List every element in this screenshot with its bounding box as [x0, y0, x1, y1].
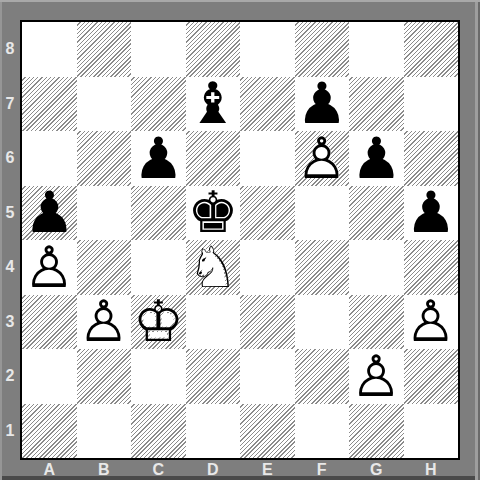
square-c4[interactable]	[131, 240, 186, 295]
square-d2[interactable]	[186, 349, 241, 404]
rank-label-7: 7	[0, 77, 20, 132]
file-label-e: E	[240, 460, 295, 480]
square-b6[interactable]	[77, 131, 132, 186]
square-d6[interactable]	[186, 131, 241, 186]
rank-label-3: 3	[0, 295, 20, 350]
square-e5[interactable]	[240, 186, 295, 241]
square-f5[interactable]	[295, 186, 350, 241]
black-pawn[interactable]: ♟	[22, 186, 77, 241]
square-g3[interactable]	[349, 295, 404, 350]
square-g6[interactable]: ♟	[349, 131, 404, 186]
square-g1[interactable]	[349, 404, 404, 459]
square-h8[interactable]	[404, 22, 459, 77]
black-pawn[interactable]: ♟	[349, 131, 404, 186]
square-b4[interactable]	[77, 240, 132, 295]
square-d8[interactable]	[186, 22, 241, 77]
black-pawn-icon: ♟	[404, 186, 459, 241]
white-pawn-icon: ♙	[77, 295, 132, 350]
white-pawn[interactable]: ♟♙	[404, 295, 459, 350]
black-bishop-icon: ♝	[186, 77, 241, 132]
file-label-b: B	[77, 460, 132, 480]
square-a5[interactable]: ♟	[22, 186, 77, 241]
square-a7[interactable]	[22, 77, 77, 132]
square-f1[interactable]	[295, 404, 350, 459]
square-g4[interactable]	[349, 240, 404, 295]
square-d5[interactable]: ♚	[186, 186, 241, 241]
chess-board[interactable]: ♝♟♟♟♙♟♟♚♟♟♙♞♘♟♙♚♔♟♙♟♙	[20, 20, 460, 460]
square-f7[interactable]: ♟	[295, 77, 350, 132]
square-e4[interactable]	[240, 240, 295, 295]
black-pawn[interactable]: ♟	[131, 131, 186, 186]
square-d3[interactable]	[186, 295, 241, 350]
square-h1[interactable]	[404, 404, 459, 459]
rank-label-4: 4	[0, 240, 20, 295]
square-g5[interactable]	[349, 186, 404, 241]
file-label-f: F	[295, 460, 350, 480]
square-c8[interactable]	[131, 22, 186, 77]
square-a6[interactable]	[22, 131, 77, 186]
white-pawn[interactable]: ♟♙	[22, 240, 77, 295]
rank-label-6: 6	[0, 131, 20, 186]
white-knight-icon: ♘	[186, 240, 241, 295]
square-g2[interactable]: ♟♙	[349, 349, 404, 404]
square-b3[interactable]: ♟♙	[77, 295, 132, 350]
white-pawn[interactable]: ♟♙	[295, 131, 350, 186]
square-h6[interactable]	[404, 131, 459, 186]
file-label-a: A	[22, 460, 77, 480]
square-c2[interactable]	[131, 349, 186, 404]
rank-label-5: 5	[0, 186, 20, 241]
square-e8[interactable]	[240, 22, 295, 77]
rank-label-1: 1	[0, 404, 20, 459]
square-b8[interactable]	[77, 22, 132, 77]
square-e3[interactable]	[240, 295, 295, 350]
square-f2[interactable]	[295, 349, 350, 404]
black-pawn[interactable]: ♟	[404, 186, 459, 241]
square-e6[interactable]	[240, 131, 295, 186]
square-c3[interactable]: ♚♔	[131, 295, 186, 350]
file-label-d: D	[186, 460, 241, 480]
white-pawn-icon: ♙	[22, 240, 77, 295]
black-pawn-icon: ♟	[349, 131, 404, 186]
white-king[interactable]: ♚♔	[131, 295, 186, 350]
square-c5[interactable]	[131, 186, 186, 241]
white-pawn[interactable]: ♟♙	[77, 295, 132, 350]
square-a8[interactable]	[22, 22, 77, 77]
square-b5[interactable]	[77, 186, 132, 241]
square-b7[interactable]	[77, 77, 132, 132]
square-h4[interactable]	[404, 240, 459, 295]
square-a1[interactable]	[22, 404, 77, 459]
black-king[interactable]: ♚	[186, 186, 241, 241]
square-a4[interactable]: ♟♙	[22, 240, 77, 295]
file-label-g: G	[349, 460, 404, 480]
rank-label-8: 8	[0, 22, 20, 77]
black-pawn-icon: ♟	[295, 77, 350, 132]
square-a3[interactable]	[22, 295, 77, 350]
square-c1[interactable]	[131, 404, 186, 459]
square-h5[interactable]: ♟	[404, 186, 459, 241]
file-labels: ABCDEFGH	[22, 460, 458, 480]
square-d7[interactable]: ♝	[186, 77, 241, 132]
square-a2[interactable]	[22, 349, 77, 404]
square-g7[interactable]	[349, 77, 404, 132]
chess-board-frame: 87654321 ♝♟♟♟♙♟♟♚♟♟♙♞♘♟♙♚♔♟♙♟♙ ABCDEFGH	[0, 0, 480, 480]
square-g8[interactable]	[349, 22, 404, 77]
black-pawn-icon: ♟	[131, 131, 186, 186]
rank-labels: 87654321	[0, 22, 20, 458]
square-e1[interactable]	[240, 404, 295, 459]
square-f6[interactable]: ♟♙	[295, 131, 350, 186]
white-pawn-icon: ♙	[404, 295, 459, 350]
square-f4[interactable]	[295, 240, 350, 295]
square-b1[interactable]	[77, 404, 132, 459]
white-pawn-icon: ♙	[295, 131, 350, 186]
square-h2[interactable]	[404, 349, 459, 404]
black-bishop[interactable]: ♝	[186, 77, 241, 132]
black-pawn-icon: ♟	[22, 186, 77, 241]
square-d1[interactable]	[186, 404, 241, 459]
white-pawn-icon: ♙	[349, 349, 404, 404]
rank-label-2: 2	[0, 349, 20, 404]
square-e2[interactable]	[240, 349, 295, 404]
file-label-c: C	[131, 460, 186, 480]
black-pawn[interactable]: ♟	[295, 77, 350, 132]
square-b2[interactable]	[77, 349, 132, 404]
square-e7[interactable]	[240, 77, 295, 132]
square-c7[interactable]	[131, 77, 186, 132]
white-knight[interactable]: ♞♘	[186, 240, 241, 295]
white-king-icon: ♔	[131, 295, 186, 350]
file-label-h: H	[404, 460, 459, 480]
square-h7[interactable]	[404, 77, 459, 132]
square-f3[interactable]	[295, 295, 350, 350]
square-c6[interactable]: ♟	[131, 131, 186, 186]
square-d4[interactable]: ♞♘	[186, 240, 241, 295]
square-h3[interactable]: ♟♙	[404, 295, 459, 350]
square-f8[interactable]	[295, 22, 350, 77]
black-king-icon: ♚	[186, 186, 241, 241]
white-pawn[interactable]: ♟♙	[349, 349, 404, 404]
